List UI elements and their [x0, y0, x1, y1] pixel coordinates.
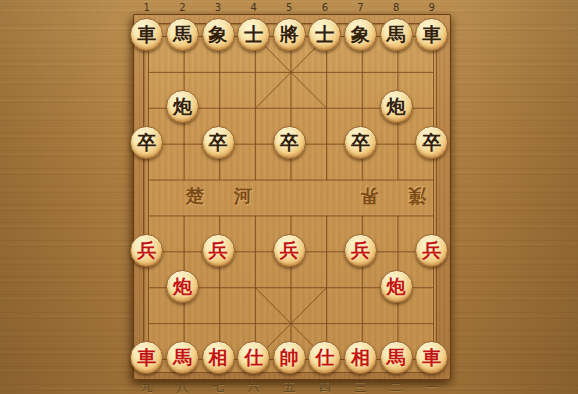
file-label-bottom-9: 一 [414, 380, 450, 394]
piece-glyph: 仕 [315, 348, 334, 367]
piece-red-仕-f4r10[interactable]: 仕 [237, 341, 270, 374]
piece-glyph: 仕 [244, 348, 263, 367]
piece-black-卒-f9r4[interactable]: 卒 [415, 126, 448, 159]
file-label-top-6: 6 [307, 2, 343, 14]
file-label-bottom-7: 三 [343, 380, 379, 394]
piece-glyph: 兵 [137, 241, 156, 260]
piece-red-兵-f3r7[interactable]: 兵 [202, 234, 235, 267]
piece-black-炮-f8r3[interactable]: 炮 [380, 90, 413, 123]
piece-red-馬-f8r10[interactable]: 馬 [380, 341, 413, 374]
piece-black-士-f6r1[interactable]: 士 [308, 18, 341, 51]
piece-black-象-f7r1[interactable]: 象 [344, 18, 377, 51]
piece-glyph: 馬 [387, 348, 406, 367]
piece-red-馬-f2r10[interactable]: 馬 [166, 341, 199, 374]
piece-black-卒-f3r4[interactable]: 卒 [202, 126, 235, 159]
piece-glyph: 車 [422, 348, 441, 367]
piece-glyph: 士 [244, 25, 263, 44]
piece-glyph: 馬 [387, 25, 406, 44]
piece-red-兵-f9r7[interactable]: 兵 [415, 234, 448, 267]
piece-glyph: 兵 [209, 241, 228, 260]
piece-black-車-f1r1[interactable]: 車 [130, 18, 163, 51]
piece-glyph: 馬 [173, 25, 192, 44]
piece-glyph: 卒 [422, 133, 441, 152]
piece-black-卒-f7r4[interactable]: 卒 [344, 126, 377, 159]
piece-glyph: 帥 [280, 348, 299, 367]
piece-red-帥-f5r10[interactable]: 帥 [273, 341, 306, 374]
pieces-layer: 車馬象士將士象馬車炮炮卒卒卒卒卒兵兵兵兵兵炮炮車馬相仕帥仕相馬車 [129, 17, 450, 376]
piece-glyph: 車 [422, 25, 441, 44]
piece-glyph: 卒 [351, 133, 370, 152]
piece-glyph: 卒 [280, 133, 299, 152]
piece-red-炮-f8r8[interactable]: 炮 [380, 270, 413, 303]
piece-black-卒-f5r4[interactable]: 卒 [273, 126, 306, 159]
piece-glyph: 炮 [387, 277, 406, 296]
piece-black-將-f5r1[interactable]: 將 [273, 18, 306, 51]
piece-glyph: 兵 [422, 241, 441, 260]
piece-glyph: 車 [137, 348, 156, 367]
piece-red-兵-f5r7[interactable]: 兵 [273, 234, 306, 267]
piece-red-炮-f2r8[interactable]: 炮 [166, 270, 199, 303]
file-label-bottom-6: 四 [307, 380, 343, 394]
file-label-bottom-4: 六 [236, 380, 272, 394]
piece-glyph: 兵 [351, 241, 370, 260]
file-label-bottom-5: 五 [271, 380, 307, 394]
file-label-bottom-3: 七 [200, 380, 236, 394]
piece-red-車-f9r10[interactable]: 車 [415, 341, 448, 374]
file-label-top-3: 3 [200, 2, 236, 14]
file-label-top-5: 5 [271, 2, 307, 14]
piece-red-相-f7r10[interactable]: 相 [344, 341, 377, 374]
piece-glyph: 相 [351, 348, 370, 367]
file-label-bottom-1: 九 [129, 380, 165, 394]
piece-red-仕-f6r10[interactable]: 仕 [308, 341, 341, 374]
piece-black-卒-f1r4[interactable]: 卒 [130, 126, 163, 159]
piece-red-車-f1r10[interactable]: 車 [130, 341, 163, 374]
file-label-bottom-2: 八 [165, 380, 201, 394]
piece-glyph: 士 [315, 25, 334, 44]
file-label-bottom-8: 二 [378, 380, 414, 394]
piece-glyph: 卒 [137, 133, 156, 152]
piece-glyph: 車 [137, 25, 156, 44]
piece-black-象-f3r1[interactable]: 象 [202, 18, 235, 51]
piece-black-士-f4r1[interactable]: 士 [237, 18, 270, 51]
piece-red-兵-f7r7[interactable]: 兵 [344, 234, 377, 267]
bottom-labels: 九八七六五四三二一 [129, 380, 450, 394]
file-label-top-2: 2 [165, 2, 201, 14]
xiangqi-app: 123456789 楚河 漢界 車馬象士將士象馬車炮炮卒卒卒卒卒兵兵兵兵兵炮炮車… [0, 0, 578, 394]
piece-glyph: 炮 [387, 97, 406, 116]
piece-red-相-f3r10[interactable]: 相 [202, 341, 235, 374]
piece-red-兵-f1r7[interactable]: 兵 [130, 234, 163, 267]
piece-glyph: 炮 [173, 277, 192, 296]
file-label-top-9: 9 [414, 2, 450, 14]
piece-black-馬-f8r1[interactable]: 馬 [380, 18, 413, 51]
piece-glyph: 象 [209, 25, 228, 44]
file-label-top-8: 8 [378, 2, 414, 14]
piece-black-馬-f2r1[interactable]: 馬 [166, 18, 199, 51]
piece-glyph: 象 [351, 25, 370, 44]
file-label-top-1: 1 [129, 2, 165, 14]
top-labels: 123456789 [129, 2, 450, 14]
piece-black-炮-f2r3[interactable]: 炮 [166, 90, 199, 123]
piece-glyph: 馬 [173, 348, 192, 367]
piece-glyph: 兵 [280, 241, 299, 260]
file-label-top-4: 4 [236, 2, 272, 14]
file-label-top-7: 7 [343, 2, 379, 14]
piece-glyph: 將 [280, 25, 299, 44]
piece-glyph: 相 [209, 348, 228, 367]
piece-glyph: 炮 [173, 97, 192, 116]
piece-black-車-f9r1[interactable]: 車 [415, 18, 448, 51]
piece-glyph: 卒 [209, 133, 228, 152]
